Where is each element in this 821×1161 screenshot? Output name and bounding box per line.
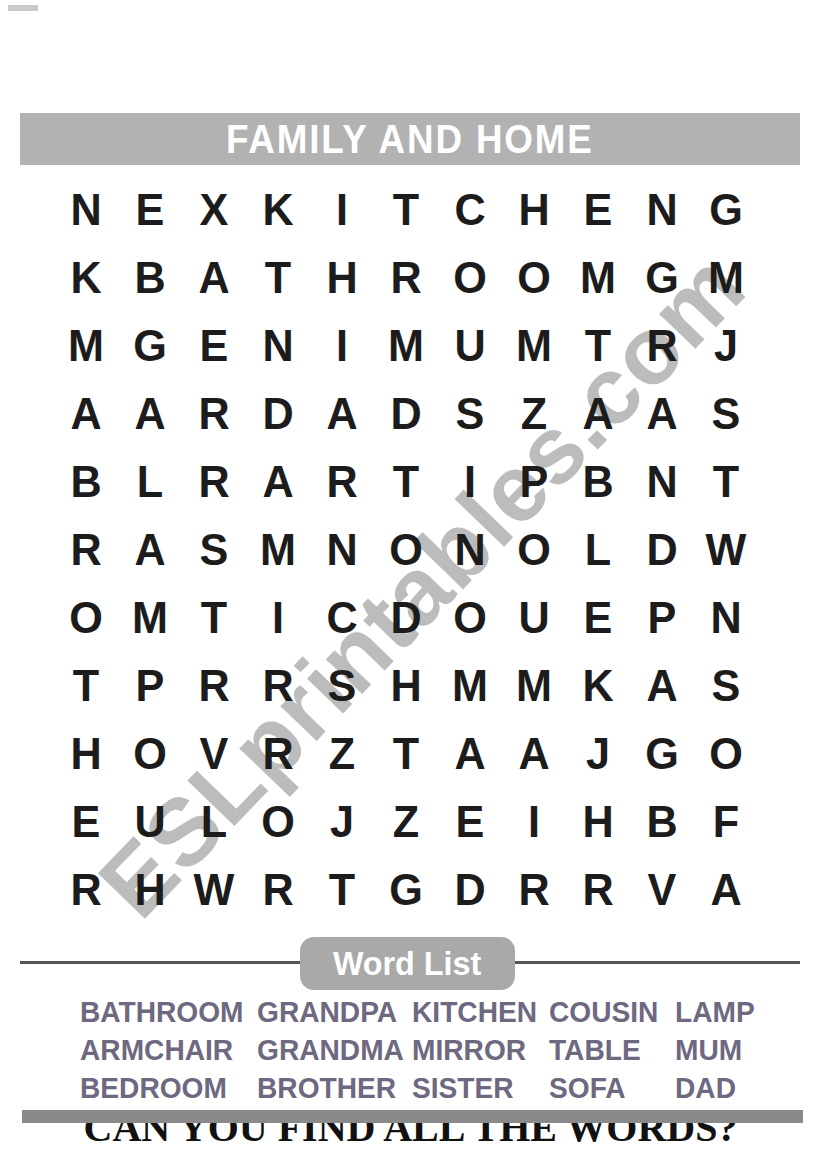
grid-cell: O	[695, 720, 756, 788]
grid-cell: A	[183, 244, 244, 312]
grid-cell: G	[375, 856, 436, 924]
grid-cell: O	[119, 720, 180, 788]
grid-cell: R	[55, 856, 116, 924]
word-item: MUM	[675, 1031, 767, 1069]
grid-cell: R	[311, 448, 372, 516]
grid-cell: S	[695, 380, 756, 448]
grid-cell: D	[439, 856, 500, 924]
grid-cell: U	[439, 312, 500, 380]
grid-cell: N	[439, 516, 500, 584]
word-column: GRANDPAGRANDMABROTHER	[257, 993, 412, 1107]
word-column: COUSINTABLESOFA	[549, 993, 675, 1107]
grid-cell: K	[247, 176, 308, 244]
grid-cell: U	[119, 788, 180, 856]
grid-cell: X	[183, 176, 244, 244]
grid-cell: I	[503, 788, 564, 856]
word-item: SISTER	[412, 1069, 545, 1107]
grid-cell: A	[247, 448, 308, 516]
word-list-badge: Word List	[300, 937, 515, 990]
grid-cell: E	[119, 176, 180, 244]
grid-cell: R	[375, 244, 436, 312]
grid-cell: H	[375, 652, 436, 720]
grid-cell: H	[311, 244, 372, 312]
grid-cell: R	[55, 516, 116, 584]
grid-cell: R	[183, 380, 244, 448]
grid-cell: R	[631, 312, 692, 380]
grid-cell: A	[55, 380, 116, 448]
grid-cell: D	[247, 380, 308, 448]
grid-cell: A	[631, 652, 692, 720]
worksheet-page: FAMILY AND HOME ESLprintables.com NEXKIT…	[0, 0, 821, 1161]
grid-cell: I	[311, 176, 372, 244]
grid-cell: P	[119, 652, 180, 720]
grid-cell: T	[375, 720, 436, 788]
grid-cell: T	[183, 584, 244, 652]
grid-cell: D	[375, 584, 436, 652]
grid-cell: A	[503, 720, 564, 788]
grid-cell: H	[55, 720, 116, 788]
grid-cell: M	[439, 652, 500, 720]
grid-cell: D	[631, 516, 692, 584]
grid-cell: U	[503, 584, 564, 652]
grid-cell: D	[375, 380, 436, 448]
grid-cell: K	[567, 652, 628, 720]
grid-cell: R	[247, 652, 308, 720]
grid-cell: O	[503, 516, 564, 584]
grid-cell: M	[247, 516, 308, 584]
grid-cell: N	[695, 584, 756, 652]
grid-cell: A	[439, 720, 500, 788]
grid-cell: K	[55, 244, 116, 312]
grid-cell: O	[439, 584, 500, 652]
grid-cell: V	[183, 720, 244, 788]
grid-cell: E	[439, 788, 500, 856]
grid-cell: P	[631, 584, 692, 652]
grid-cell: G	[695, 176, 756, 244]
grid-cell: E	[183, 312, 244, 380]
grid-cell: A	[631, 380, 692, 448]
grid-cell: S	[695, 652, 756, 720]
header-band: FAMILY AND HOME	[20, 113, 800, 165]
grid-cell: A	[119, 516, 180, 584]
scan-artifact	[8, 5, 38, 11]
grid-cell: G	[119, 312, 180, 380]
word-item: TABLE	[549, 1031, 671, 1069]
grid-cell: O	[375, 516, 436, 584]
grid-cell: I	[247, 584, 308, 652]
word-column: BATHROOMARMCHAIRBEDROOM	[80, 993, 257, 1107]
grid-cell: C	[439, 176, 500, 244]
word-column: KITCHENMIRRORSISTER	[412, 993, 549, 1107]
grid-cell: G	[631, 244, 692, 312]
grid-cell: S	[183, 516, 244, 584]
grid-cell: O	[503, 244, 564, 312]
word-column: LAMPMUMDAD	[675, 993, 770, 1107]
grid-cell: E	[567, 176, 628, 244]
grid-cell: W	[183, 856, 244, 924]
grid-cell: T	[247, 244, 308, 312]
grid-cell: R	[183, 448, 244, 516]
grid-cell: Z	[375, 788, 436, 856]
grid-cell: S	[439, 380, 500, 448]
grid-cell: G	[631, 720, 692, 788]
grid-cell: T	[375, 448, 436, 516]
grid-cell: T	[567, 312, 628, 380]
grid-cell: R	[567, 856, 628, 924]
grid-cell: C	[311, 584, 372, 652]
grid-cell: B	[567, 448, 628, 516]
grid-cell: Z	[311, 720, 372, 788]
grid-cell: H	[503, 176, 564, 244]
grid-cell: P	[503, 448, 564, 516]
word-list: BATHROOMARMCHAIRBEDROOMGRANDPAGRANDMABRO…	[80, 993, 770, 1107]
grid-cell: T	[55, 652, 116, 720]
grid-cell: O	[439, 244, 500, 312]
grid-cell: I	[439, 448, 500, 516]
grid-cell: W	[695, 516, 756, 584]
grid-cell: R	[247, 720, 308, 788]
grid-cell: Z	[503, 380, 564, 448]
word-item: ARMCHAIR	[80, 1031, 252, 1069]
grid-cell: R	[183, 652, 244, 720]
word-item: DAD	[675, 1069, 767, 1107]
grid-cell: I	[311, 312, 372, 380]
grid-cell: A	[695, 856, 756, 924]
grid-cell: M	[695, 244, 756, 312]
word-item: GRANDPA	[257, 993, 407, 1031]
word-item: BATHROOM	[80, 993, 252, 1031]
grid-cell: S	[311, 652, 372, 720]
word-list-heading: Word List	[333, 944, 481, 983]
word-item: MIRROR	[412, 1031, 545, 1069]
grid-cell: M	[503, 312, 564, 380]
word-item: COUSIN	[549, 993, 671, 1031]
word-item: BEDROOM	[80, 1069, 252, 1107]
grid-cell: M	[55, 312, 116, 380]
grid-cell: F	[695, 788, 756, 856]
grid-cell: O	[55, 584, 116, 652]
grid-cell: J	[311, 788, 372, 856]
grid-cell: L	[119, 448, 180, 516]
grid-cell: T	[311, 856, 372, 924]
grid-cell: M	[375, 312, 436, 380]
grid-cell: M	[119, 584, 180, 652]
page-title: FAMILY AND HOME	[226, 117, 594, 162]
grid-cell: T	[375, 176, 436, 244]
word-item: LAMP	[675, 993, 767, 1031]
grid-cell: V	[631, 856, 692, 924]
word-item: KITCHEN	[412, 993, 545, 1031]
grid-cell: H	[119, 856, 180, 924]
grid-cell: O	[247, 788, 308, 856]
grid-cell: R	[503, 856, 564, 924]
grid-cell: N	[247, 312, 308, 380]
grid-cell: M	[567, 244, 628, 312]
grid-cell: J	[695, 312, 756, 380]
word-item: SOFA	[549, 1069, 671, 1107]
grid-cell: N	[55, 176, 116, 244]
grid-cell: B	[55, 448, 116, 516]
grid-cell: N	[311, 516, 372, 584]
grid-cell: E	[55, 788, 116, 856]
grid-cell: L	[183, 788, 244, 856]
grid-cell: N	[631, 448, 692, 516]
grid-cell: B	[119, 244, 180, 312]
grid-cell: J	[567, 720, 628, 788]
grid-cell: L	[567, 516, 628, 584]
word-item: GRANDMA	[257, 1031, 407, 1069]
grid-cell: N	[631, 176, 692, 244]
grid-cell: B	[631, 788, 692, 856]
grid-cell: M	[503, 652, 564, 720]
word-item: BROTHER	[257, 1069, 407, 1107]
grid-cell: T	[695, 448, 756, 516]
grid-cell: A	[567, 380, 628, 448]
grid-cell: H	[567, 788, 628, 856]
grid-cell: A	[119, 380, 180, 448]
grid-cell: R	[247, 856, 308, 924]
grid-cell: A	[311, 380, 372, 448]
footer-bar	[22, 1110, 803, 1123]
letter-grid: NEXKITCHENGKBATHROOMGMMGENIMUMTRJAARDADS…	[54, 176, 758, 924]
grid-cell: E	[567, 584, 628, 652]
